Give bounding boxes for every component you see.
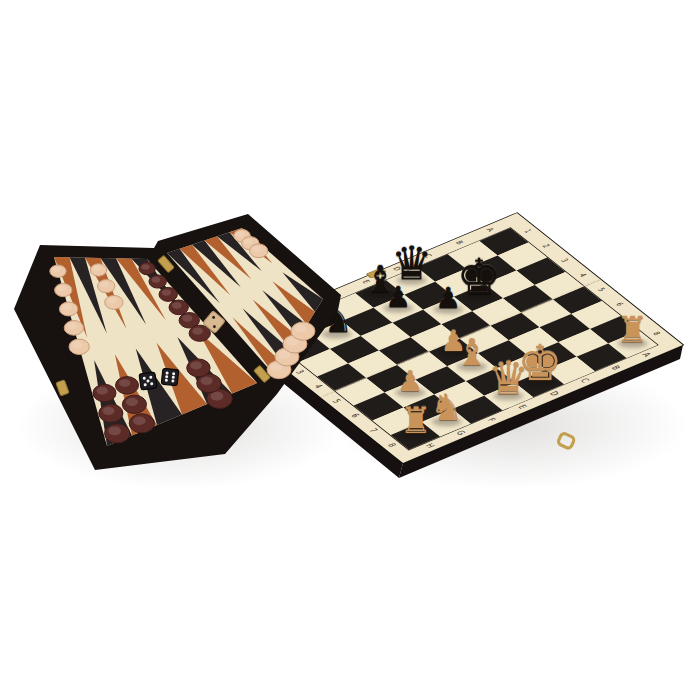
checker-highlight: [295, 325, 307, 333]
checker-highlight: [172, 302, 182, 309]
checker-highlight: [67, 323, 77, 330]
checker-highlight: [100, 281, 109, 287]
checker-highlight: [96, 387, 108, 395]
checker-highlight: [52, 267, 60, 273]
backgammon-board[interactable]: [0, 0, 700, 700]
checker-highlight: [126, 398, 138, 406]
die-black-6-body: [161, 368, 179, 386]
checker-highlight: [107, 297, 116, 303]
checker-highlight: [119, 379, 131, 387]
checker-highlight: [252, 246, 261, 252]
checker-highlight: [57, 285, 66, 291]
checker-highlight: [141, 264, 149, 270]
die-black-6[interactable]: [161, 368, 179, 386]
checker-highlight: [190, 362, 202, 370]
checker-highlight: [211, 392, 224, 401]
checker-highlight: [244, 239, 253, 245]
checker-highlight: [133, 417, 146, 426]
checker-highlight: [200, 377, 212, 385]
checker-highlight: [192, 327, 203, 334]
checker-highlight: [152, 277, 161, 283]
scene: { "scene_title": "Wooden travel game set…: [0, 0, 700, 700]
checker-highlight: [162, 289, 171, 295]
checker-highlight: [236, 231, 244, 237]
checker-highlight: [182, 315, 192, 322]
checker-highlight: [108, 427, 121, 436]
checker-highlight: [62, 304, 71, 310]
checker-highlight: [93, 266, 101, 272]
checker-highlight: [102, 407, 114, 415]
die-black-5[interactable]: [139, 372, 157, 390]
checker-highlight: [72, 341, 82, 348]
